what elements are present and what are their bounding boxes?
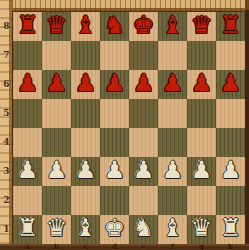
square-a3[interactable]: ♟ [13,157,42,186]
piece-white-rook-h1[interactable]: ♜ [216,213,245,244]
piece-black-red-pawn-e6[interactable]: ♟ [129,68,158,99]
square-a2[interactable] [13,186,42,215]
piece-black-red-pawn-f6[interactable]: ♟ [158,68,187,99]
square-c6[interactable]: ♟ [71,70,100,99]
square-c1[interactable]: ♝ [71,215,100,244]
board-frame-left [0,0,13,244]
square-g5[interactable] [187,99,216,128]
piece-white-knight-e1[interactable]: ♞ [129,213,158,244]
square-d3[interactable]: ♟ [100,157,129,186]
square-a1[interactable]: ♜ [13,215,42,244]
square-d7[interactable] [100,41,129,70]
piece-black-red-knight-d8[interactable]: ♞ [100,10,129,41]
piece-white-pawn-b3[interactable]: ♟ [42,155,71,186]
square-b6[interactable]: ♟ [42,70,71,99]
piece-white-king-d1[interactable]: ♚ [100,213,129,244]
square-h2[interactable] [216,186,245,215]
square-g4[interactable] [187,128,216,157]
file-label-b: b [42,242,71,250]
square-c8[interactable]: ♝ [71,12,100,41]
piece-black-red-pawn-g6[interactable]: ♟ [187,68,216,99]
file-label-c: c [71,242,100,250]
square-a7[interactable] [13,41,42,70]
square-g3[interactable]: ♟ [187,157,216,186]
file-label-d: d [100,242,129,250]
piece-white-pawn-e3[interactable]: ♟ [129,155,158,186]
rank-label-8: 8 [1,21,12,31]
square-b1[interactable]: ♛ [42,215,71,244]
square-d8[interactable]: ♞ [100,12,129,41]
file-label-e: e [129,242,158,250]
rank-label-1: 1 [1,224,12,234]
piece-black-red-pawn-b6[interactable]: ♟ [42,68,71,99]
square-f2[interactable] [158,186,187,215]
square-c7[interactable] [71,41,100,70]
square-c2[interactable] [71,186,100,215]
square-g7[interactable] [187,41,216,70]
piece-white-pawn-c3[interactable]: ♟ [71,155,100,186]
piece-black-red-queen-b8[interactable]: ♛ [42,10,71,41]
piece-white-rook-a1[interactable]: ♜ [13,213,42,244]
rank-label-7: 7 [1,50,12,60]
rank-label-4: 4 [1,137,12,147]
square-f6[interactable]: ♟ [158,70,187,99]
square-d5[interactable] [100,99,129,128]
file-label-a: a [13,242,42,250]
file-label-g: g [187,242,216,250]
square-h8[interactable]: ♜ [216,12,245,41]
piece-white-queen-b1[interactable]: ♛ [42,213,71,244]
square-g2[interactable] [187,186,216,215]
piece-black-red-bishop-f8[interactable]: ♝ [158,10,187,41]
piece-black-red-queen-g8[interactable]: ♛ [187,10,216,41]
square-f5[interactable] [158,99,187,128]
piece-white-queen-g1[interactable]: ♛ [187,213,216,244]
square-g6[interactable]: ♟ [187,70,216,99]
square-d1[interactable]: ♚ [100,215,129,244]
square-d4[interactable] [100,128,129,157]
rank-label-6: 6 [1,79,12,89]
piece-black-red-rook-h8[interactable]: ♜ [216,10,245,41]
piece-black-red-pawn-d6[interactable]: ♟ [100,68,129,99]
square-e8[interactable]: ♚ [129,12,158,41]
square-h1[interactable]: ♜ [216,215,245,244]
square-f8[interactable]: ♝ [158,12,187,41]
square-e4[interactable] [129,128,158,157]
square-a8[interactable]: ♜ [13,12,42,41]
square-d2[interactable] [100,186,129,215]
piece-white-pawn-f3[interactable]: ♟ [158,155,187,186]
piece-white-pawn-d3[interactable]: ♟ [100,155,129,186]
piece-white-pawn-a3[interactable]: ♟ [13,155,42,186]
rank-label-5: 5 [1,108,12,118]
square-b3[interactable]: ♟ [42,157,71,186]
piece-black-red-king-e8[interactable]: ♚ [129,10,158,41]
square-f4[interactable] [158,128,187,157]
square-e1[interactable]: ♞ [129,215,158,244]
square-a4[interactable] [13,128,42,157]
square-h3[interactable]: ♟ [216,157,245,186]
square-b2[interactable] [42,186,71,215]
square-f1[interactable]: ♝ [158,215,187,244]
square-h4[interactable] [216,128,245,157]
square-b8[interactable]: ♛ [42,12,71,41]
square-b4[interactable] [42,128,71,157]
square-h7[interactable] [216,41,245,70]
board-frame-right [245,0,249,250]
square-f3[interactable]: ♟ [158,157,187,186]
square-g1[interactable]: ♛ [187,215,216,244]
square-b5[interactable] [42,99,71,128]
square-c5[interactable] [71,99,100,128]
square-h5[interactable] [216,99,245,128]
piece-black-red-rook-a8[interactable]: ♜ [13,10,42,41]
piece-white-pawn-g3[interactable]: ♟ [187,155,216,186]
piece-white-bishop-f1[interactable]: ♝ [158,213,187,244]
square-f7[interactable] [158,41,187,70]
square-e7[interactable] [129,41,158,70]
piece-white-pawn-h3[interactable]: ♟ [216,155,245,186]
square-a5[interactable] [13,99,42,128]
square-e2[interactable] [129,186,158,215]
piece-black-red-pawn-a6[interactable]: ♟ [13,68,42,99]
square-a6[interactable]: ♟ [13,70,42,99]
piece-black-red-bishop-c8[interactable]: ♝ [71,10,100,41]
square-e5[interactable] [129,99,158,128]
rank-label-2: 2 [1,195,12,205]
square-e3[interactable]: ♟ [129,157,158,186]
piece-white-bishop-c1[interactable]: ♝ [71,213,100,244]
chess-board: ♜♛♝♞♚♝♛♜♟♟♟♟♟♟♟♟♟♟♟♟♟♟♟♟♜♛♝♚♞♝♛♜ [13,12,245,244]
square-h6[interactable]: ♟ [216,70,245,99]
square-g8[interactable]: ♛ [187,12,216,41]
file-label-f: f [158,242,187,250]
rank-label-3: 3 [1,166,12,176]
square-c4[interactable] [71,128,100,157]
square-e6[interactable]: ♟ [129,70,158,99]
square-b7[interactable] [42,41,71,70]
file-label-h: h [216,242,245,250]
square-d6[interactable]: ♟ [100,70,129,99]
chess-app-window: ♜♛♝♞♚♝♛♜♟♟♟♟♟♟♟♟♟♟♟♟♟♟♟♟♜♛♝♚♞♝♛♜ 8765432… [0,0,249,250]
piece-black-red-pawn-h6[interactable]: ♟ [216,68,245,99]
square-c3[interactable]: ♟ [71,157,100,186]
piece-black-red-pawn-c6[interactable]: ♟ [71,68,100,99]
